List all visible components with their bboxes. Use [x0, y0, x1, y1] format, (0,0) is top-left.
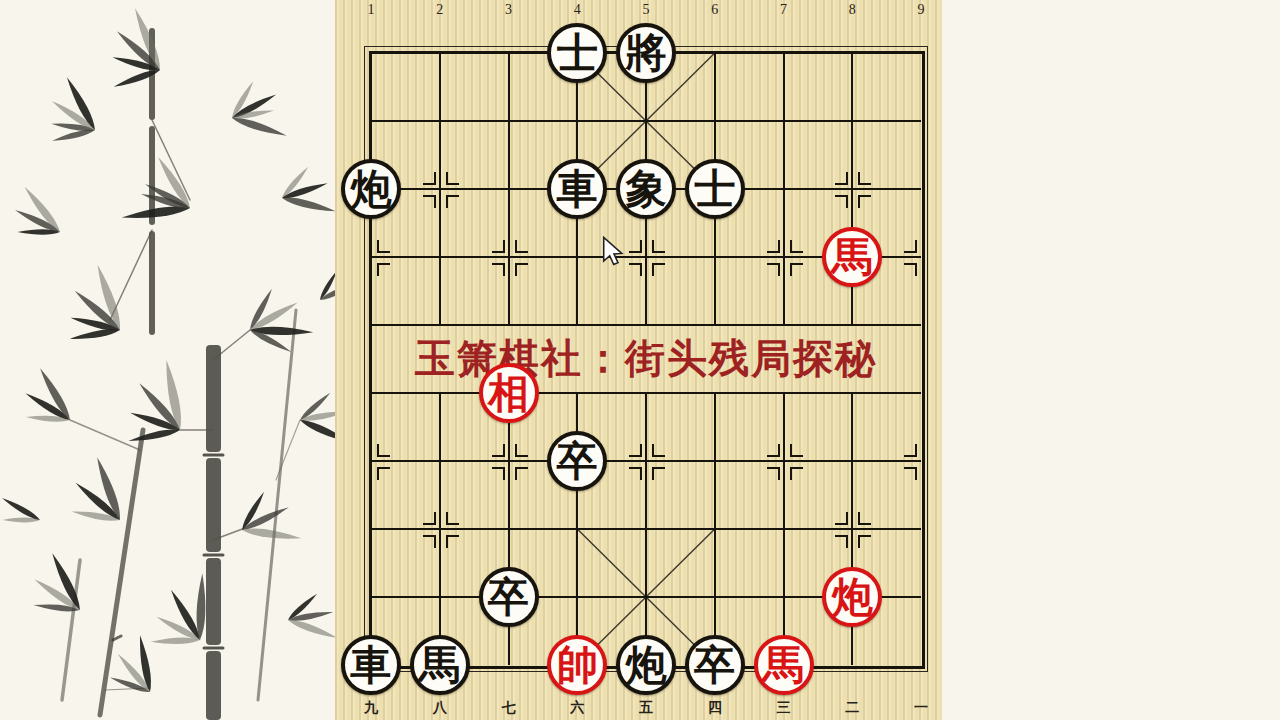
- file-label-top-2: 2: [420, 2, 460, 18]
- star-marker: [377, 263, 390, 276]
- xiangqi-board-panel[interactable]: 士將炮車象士馬相卒卒炮車馬帥炮卒馬 玉箫棋社：街头残局探秘 123456789九…: [335, 0, 942, 720]
- star-marker: [835, 535, 848, 548]
- grid-vline: [783, 53, 785, 325]
- star-marker: [446, 195, 459, 208]
- star-marker: [629, 240, 642, 253]
- grid-vline: [439, 53, 441, 325]
- file-label-top-6: 6: [695, 2, 735, 18]
- star-marker: [492, 467, 505, 480]
- file-label-bottom-七: 七: [489, 699, 529, 717]
- grid-vline: [439, 393, 441, 665]
- star-marker: [858, 195, 871, 208]
- file-label-top-1: 1: [351, 2, 391, 18]
- star-marker: [423, 535, 436, 548]
- piece-black-車[interactable]: 車: [547, 159, 607, 219]
- star-marker: [790, 240, 803, 253]
- piece-black-車[interactable]: 車: [341, 635, 401, 695]
- star-marker: [904, 263, 917, 276]
- star-marker: [629, 444, 642, 457]
- star-marker: [652, 444, 665, 457]
- piece-black-卒[interactable]: 卒: [547, 431, 607, 491]
- file-label-bottom-八: 八: [420, 699, 460, 717]
- piece-black-馬[interactable]: 馬: [410, 635, 470, 695]
- bamboo-ink-painting: [0, 0, 340, 720]
- star-marker: [423, 512, 436, 525]
- piece-red-馬[interactable]: 馬: [822, 227, 882, 287]
- star-marker: [904, 444, 917, 457]
- star-marker: [377, 240, 390, 253]
- piece-black-將[interactable]: 將: [616, 23, 676, 83]
- page-background: { "game": "xiangqi", "position": "3ak4/9…: [0, 0, 1280, 720]
- star-marker: [515, 467, 528, 480]
- star-marker: [835, 512, 848, 525]
- star-marker: [629, 467, 642, 480]
- star-marker: [492, 240, 505, 253]
- piece-black-士[interactable]: 士: [547, 23, 607, 83]
- star-marker: [377, 467, 390, 480]
- grid-vline: [783, 393, 785, 665]
- star-marker: [767, 263, 780, 276]
- piece-black-卒[interactable]: 卒: [685, 635, 745, 695]
- piece-black-炮[interactable]: 炮: [616, 635, 676, 695]
- piece-red-相[interactable]: 相: [479, 363, 539, 423]
- star-marker: [652, 467, 665, 480]
- piece-black-士[interactable]: 士: [685, 159, 745, 219]
- file-label-bottom-四: 四: [695, 699, 735, 717]
- file-label-top-9: 9: [901, 2, 941, 18]
- star-marker: [629, 263, 642, 276]
- star-marker: [904, 467, 917, 480]
- file-label-bottom-二: 二: [832, 699, 872, 717]
- piece-red-帥[interactable]: 帥: [547, 635, 607, 695]
- grid-vline: [508, 53, 510, 325]
- star-marker: [858, 535, 871, 548]
- star-marker: [858, 172, 871, 185]
- piece-red-馬[interactable]: 馬: [754, 635, 814, 695]
- star-marker: [652, 240, 665, 253]
- file-label-top-4: 4: [557, 2, 597, 18]
- file-label-bottom-九: 九: [351, 699, 391, 717]
- file-label-top-3: 3: [489, 2, 529, 18]
- star-marker: [446, 172, 459, 185]
- star-marker: [446, 535, 459, 548]
- star-marker: [767, 240, 780, 253]
- star-marker: [492, 444, 505, 457]
- star-marker: [446, 512, 459, 525]
- star-marker: [515, 263, 528, 276]
- file-label-bottom-一: 一: [901, 699, 941, 717]
- mouse-cursor-icon: [602, 236, 624, 266]
- file-label-bottom-五: 五: [626, 699, 666, 717]
- star-marker: [767, 467, 780, 480]
- star-marker: [423, 172, 436, 185]
- star-marker: [790, 467, 803, 480]
- star-marker: [790, 444, 803, 457]
- star-marker: [377, 444, 390, 457]
- star-marker: [835, 195, 848, 208]
- file-label-top-8: 8: [832, 2, 872, 18]
- star-marker: [652, 263, 665, 276]
- star-marker: [767, 444, 780, 457]
- piece-black-卒[interactable]: 卒: [479, 567, 539, 627]
- piece-black-象[interactable]: 象: [616, 159, 676, 219]
- file-label-top-7: 7: [764, 2, 804, 18]
- grid-vline: [645, 393, 647, 665]
- file-label-bottom-三: 三: [764, 699, 804, 717]
- star-marker: [423, 195, 436, 208]
- star-marker: [790, 263, 803, 276]
- star-marker: [835, 172, 848, 185]
- file-label-bottom-六: 六: [557, 699, 597, 717]
- star-marker: [904, 240, 917, 253]
- file-label-top-5: 5: [626, 2, 666, 18]
- star-marker: [492, 263, 505, 276]
- star-marker: [515, 240, 528, 253]
- grid-vline: [714, 393, 716, 665]
- star-marker: [858, 512, 871, 525]
- river-banner-text: 玉箫棋社：街头残局探秘: [371, 329, 921, 387]
- piece-black-炮[interactable]: 炮: [341, 159, 401, 219]
- star-marker: [515, 444, 528, 457]
- piece-red-炮[interactable]: 炮: [822, 567, 882, 627]
